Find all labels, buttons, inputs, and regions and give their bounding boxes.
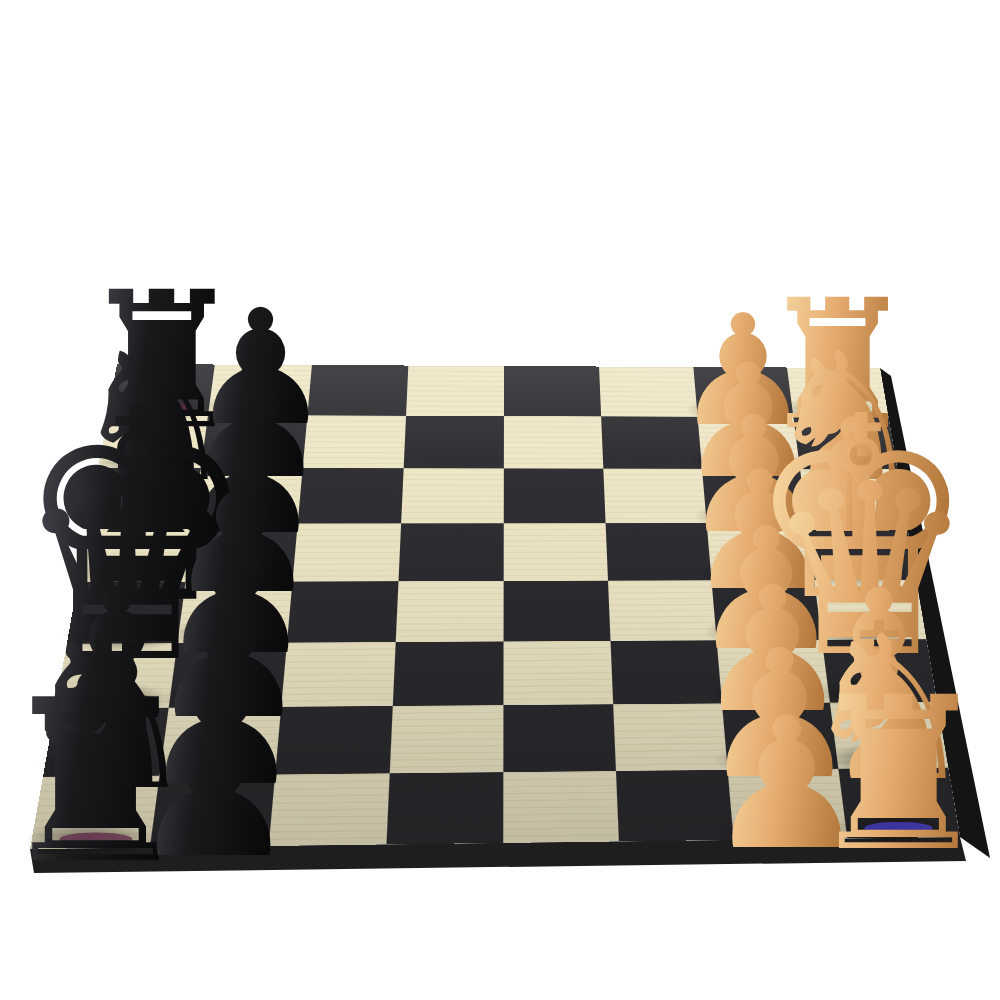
pieces-layer: ♜♟♟♜♞♟♟♞♝♟♟♝♚♟♟♚♛♟♟♛♝♟♟♝♞♟♟♞♜♟♟♜	[0, 0, 1000, 1000]
chess-photo-scene: ♜♟♟♜♞♟♟♞♝♟♟♝♚♟♟♚♛♟♟♛♝♟♟♝♞♟♟♞♜♟♟♜	[0, 0, 1000, 1000]
black-pawn-a7: ♟	[128, 695, 298, 885]
white-rook-a1: ♜	[804, 670, 993, 881]
